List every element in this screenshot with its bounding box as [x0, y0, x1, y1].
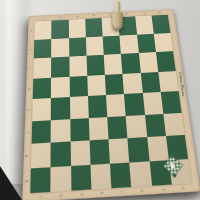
square-e6 [104, 54, 123, 75]
square-h4 [160, 91, 181, 113]
square-f7 [120, 34, 139, 54]
square-a2 [31, 143, 51, 168]
square-f5 [123, 73, 143, 94]
edge-bottom-label-2: 2 [59, 190, 63, 200]
square-b8 [51, 20, 68, 39]
clip-body [112, 12, 123, 30]
square-d2 [89, 139, 110, 164]
square-e1 [110, 162, 132, 188]
square-h6 [156, 51, 176, 71]
edge-bottom-label-5: 5 [119, 186, 124, 197]
brand-logo: ♞ [162, 153, 184, 179]
square-a3 [32, 120, 51, 144]
chess-board: 12345678 12345678 abcdefgh Chess House ♞ [22, 9, 200, 200]
square-e3 [107, 116, 127, 140]
square-c7 [69, 37, 87, 57]
square-c5 [69, 75, 88, 97]
square-a6 [33, 58, 51, 79]
square-b6 [51, 57, 69, 78]
edge-bottom-label-6: 6 [139, 185, 144, 196]
square-d4 [88, 95, 107, 118]
square-b1 [51, 165, 71, 191]
square-c8 [68, 19, 85, 38]
square-c6 [69, 56, 87, 77]
edge-bottom-label-7: 7 [159, 184, 164, 195]
square-f1 [129, 161, 151, 187]
square-c4 [69, 96, 88, 119]
square-f3 [126, 114, 147, 138]
square-e2 [109, 138, 130, 163]
square-b3 [51, 119, 70, 143]
edge-bottom-label-4: 4 [99, 187, 103, 198]
square-a4 [32, 98, 51, 121]
square-c2 [70, 140, 90, 165]
square-d5 [87, 74, 106, 96]
square-b4 [51, 97, 70, 120]
edge-bottom-label-8: 8 [179, 183, 184, 194]
hanging-clip-pin [110, 1, 126, 34]
square-c3 [70, 118, 90, 142]
photo-scene: 12345678 12345678 abcdefgh Chess House ♞ [0, 0, 200, 200]
square-f2 [128, 137, 149, 162]
square-f6 [121, 53, 140, 73]
square-d1 [90, 163, 111, 189]
square-d7 [86, 36, 104, 56]
square-a5 [33, 77, 51, 99]
logo-bottom-diamond-dot [172, 173, 177, 178]
square-b5 [51, 76, 69, 98]
square-e7 [103, 35, 121, 55]
square-a7 [34, 39, 52, 59]
edge-bottom-label-3: 3 [79, 189, 83, 200]
square-h3 [163, 112, 185, 136]
square-d8 [85, 18, 103, 37]
square-c1 [71, 164, 92, 190]
square-a1 [30, 167, 50, 194]
square-d3 [89, 117, 109, 141]
knight-icon: ♞ [168, 161, 177, 171]
square-a8 [34, 21, 51, 40]
square-f4 [124, 93, 144, 116]
square-e4 [106, 94, 126, 117]
square-h8 [151, 15, 170, 34]
square-e5 [105, 73, 124, 95]
square-g8 [135, 16, 154, 35]
logo-checkered-diamond: ♞ [164, 156, 182, 175]
square-b2 [51, 141, 71, 166]
square-d6 [86, 55, 105, 76]
square-h5 [158, 71, 179, 92]
square-b7 [51, 38, 68, 58]
square-h7 [153, 33, 172, 52]
